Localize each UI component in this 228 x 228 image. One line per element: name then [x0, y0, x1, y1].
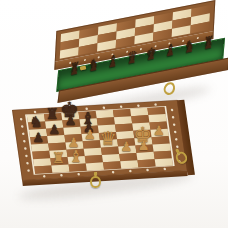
frame-inlay-dot-icon [85, 107, 88, 110]
frame-inlay-dot-icon [171, 116, 174, 119]
square-b1 [51, 164, 69, 172]
frame-inlay-dot-icon [77, 173, 80, 176]
frame-inlay-dot-icon [129, 170, 132, 173]
frame-inlay-dot-icon [137, 104, 140, 107]
frame-inlay-dot-icon [174, 138, 177, 141]
frame-inlay-dot-icon [21, 133, 24, 136]
frame-inlay-dot-icon [120, 105, 123, 108]
frame-inlay-dot-icon [173, 131, 176, 134]
frame-inlay-dot-icon [25, 155, 28, 158]
frame-inlay-dot-icon [154, 103, 157, 106]
square-g1 [137, 159, 155, 167]
frame-inlay-dot-icon [51, 109, 54, 112]
frame-inlay-dot-icon [170, 109, 173, 112]
stored-piece-pawn: ♟ [165, 47, 175, 59]
stored-piece-pawn: ♟ [203, 39, 213, 51]
frame-inlay-dot-icon [23, 140, 26, 143]
square-e1 [103, 161, 121, 169]
frame-inlay-dot-icon [34, 110, 37, 113]
frame-inlay-dot-icon [27, 169, 30, 172]
product-photo: ♜♞♝♛♚♝♞♜ ♟♟♟♟♟♟♟♟ ♜♚♞♟♝♟♟♟♟♟♟♛♚♟♟♜♝ [0, 0, 228, 228]
playing-area [27, 107, 173, 174]
frame-inlay-dot-icon [20, 125, 23, 128]
chess-board [12, 100, 188, 181]
frame-inlay-dot-icon [24, 147, 27, 150]
stored-piece-pawn: ♟ [184, 43, 194, 55]
square-h1 [155, 158, 173, 166]
frame-inlay-dot-icon [163, 168, 166, 171]
frame-inlay-dot-icon [68, 108, 71, 111]
frame-inlay-dot-icon [146, 169, 149, 172]
frame-inlay-dot-icon [26, 162, 29, 165]
square-a1 [34, 166, 52, 174]
square-d1 [86, 162, 104, 170]
frame-inlay-dot-icon [60, 174, 63, 177]
square-c1 [69, 163, 87, 171]
stored-piece-pawn: ♟ [146, 50, 156, 62]
frame-inlay-dot-icon [172, 123, 175, 126]
stored-piece-pawn: ♟ [89, 61, 99, 73]
frame-inlay-dot-icon [112, 171, 115, 174]
frame-inlay-dot-icon [19, 118, 22, 121]
stored-piece-pawn: ♟ [127, 54, 137, 66]
frame-inlay-dot-icon [102, 106, 105, 109]
stored-piece-pawn: ♟ [108, 58, 118, 70]
frame-inlay-dot-icon [43, 175, 46, 178]
brass-latch-bottom-icon [90, 172, 101, 188]
square-f1 [120, 160, 138, 168]
stored-piece-pawn: ♟ [69, 65, 79, 77]
